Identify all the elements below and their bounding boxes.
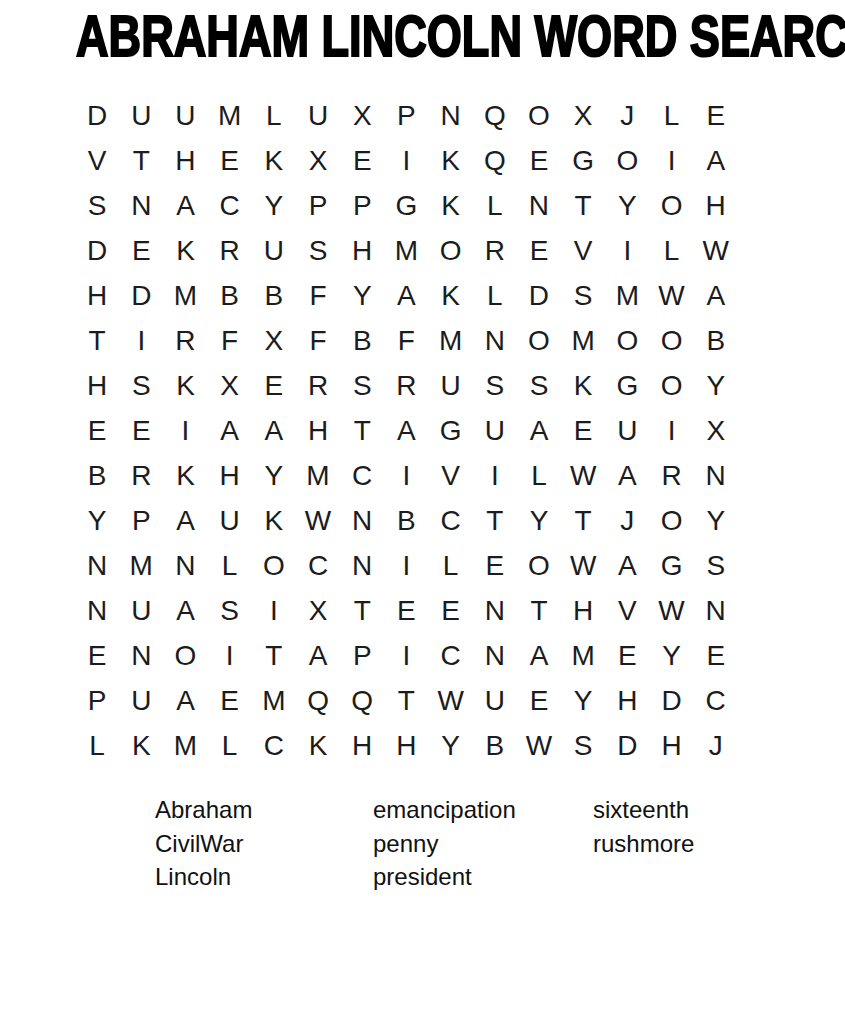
grid-cell[interactable]: S xyxy=(694,543,738,588)
grid-cell[interactable]: M xyxy=(384,228,428,273)
grid-cell[interactable]: F xyxy=(384,318,428,363)
grid-cell[interactable]: K xyxy=(296,723,340,768)
grid-cell[interactable]: L xyxy=(252,93,296,138)
grid-cell[interactable]: C xyxy=(694,678,738,723)
grid-cell[interactable]: R xyxy=(208,228,252,273)
grid-cell[interactable]: B xyxy=(694,318,738,363)
grid-cell[interactable]: F xyxy=(296,273,340,318)
word-search-grid: DUUMLUXPNQOXJLEVTHEKXEIKQEGOIASNACYPPGKL… xyxy=(75,93,738,768)
grid-cell[interactable]: I xyxy=(208,633,252,678)
grid-cell[interactable]: S xyxy=(119,363,163,408)
word-list-item: CivilWar xyxy=(155,827,373,861)
grid-cell[interactable]: T xyxy=(252,633,296,678)
grid-cell[interactable]: I xyxy=(163,408,207,453)
grid-cell[interactable]: E xyxy=(119,228,163,273)
grid-cell[interactable]: Q xyxy=(296,678,340,723)
grid-cell[interactable]: E xyxy=(119,408,163,453)
grid-cell[interactable]: U xyxy=(296,93,340,138)
grid-cell[interactable]: R xyxy=(384,363,428,408)
grid-cell[interactable]: G xyxy=(384,183,428,228)
grid-cell[interactable]: U xyxy=(473,678,517,723)
word-list-item: rushmore xyxy=(593,827,694,861)
grid-cell[interactable]: D xyxy=(605,723,649,768)
grid-cell[interactable]: M xyxy=(561,318,605,363)
grid-cell[interactable]: W xyxy=(561,453,605,498)
grid-cell[interactable]: W xyxy=(296,498,340,543)
word-list-column: emancipationpennypresident xyxy=(373,793,593,894)
grid-cell[interactable]: E xyxy=(517,678,561,723)
grid-cell[interactable]: B xyxy=(75,453,119,498)
grid-cell[interactable]: E xyxy=(605,633,649,678)
grid-cell[interactable]: K xyxy=(561,363,605,408)
grid-cell[interactable]: E xyxy=(384,588,428,633)
grid-cell[interactable]: U xyxy=(208,498,252,543)
word-list-item: sixteenth xyxy=(593,793,694,827)
grid-cell[interactable]: E xyxy=(517,138,561,183)
grid-cell[interactable]: R xyxy=(163,318,207,363)
grid-cell[interactable]: I xyxy=(605,228,649,273)
grid-cell[interactable]: P xyxy=(340,183,384,228)
grid-cell[interactable]: P xyxy=(296,183,340,228)
grid-cell[interactable]: J xyxy=(694,723,738,768)
grid-cell[interactable]: P xyxy=(384,93,428,138)
grid-cell[interactable]: I xyxy=(649,138,693,183)
grid-cell[interactable]: L xyxy=(473,183,517,228)
grid-cell[interactable]: N xyxy=(429,93,473,138)
grid-cell[interactable]: A xyxy=(517,633,561,678)
grid-cell[interactable]: N xyxy=(119,183,163,228)
grid-cell[interactable]: N xyxy=(75,588,119,633)
grid-cell[interactable]: H xyxy=(208,453,252,498)
grid-cell[interactable]: S xyxy=(75,183,119,228)
grid-cell[interactable]: V xyxy=(75,138,119,183)
grid-cell[interactable]: X xyxy=(340,93,384,138)
grid-cell[interactable]: R xyxy=(119,453,163,498)
grid-cell[interactable]: Y xyxy=(252,453,296,498)
grid-cell[interactable]: K xyxy=(252,138,296,183)
grid-cell[interactable]: P xyxy=(340,633,384,678)
grid-cell[interactable]: S xyxy=(561,723,605,768)
word-list: AbrahamCivilWarLincolnemancipationpennyp… xyxy=(155,793,694,894)
grid-cell[interactable]: H xyxy=(340,228,384,273)
grid-cell[interactable]: N xyxy=(473,633,517,678)
grid-cell[interactable]: D xyxy=(649,678,693,723)
grid-cell[interactable]: N xyxy=(340,498,384,543)
grid-cell[interactable]: Y xyxy=(605,183,649,228)
grid-cell[interactable]: X xyxy=(296,588,340,633)
grid-cell[interactable]: L xyxy=(208,543,252,588)
grid-cell[interactable]: I xyxy=(384,138,428,183)
grid-cell[interactable]: G xyxy=(649,543,693,588)
grid-cell[interactable]: W xyxy=(561,543,605,588)
grid-cell[interactable]: H xyxy=(163,138,207,183)
grid-cell[interactable]: N xyxy=(473,588,517,633)
grid-cell[interactable]: X xyxy=(296,138,340,183)
grid-cell[interactable]: Y xyxy=(252,183,296,228)
grid-cell[interactable]: U xyxy=(163,93,207,138)
grid-cell[interactable]: O xyxy=(517,318,561,363)
grid-cell[interactable]: U xyxy=(119,588,163,633)
grid-cell[interactable]: H xyxy=(649,723,693,768)
grid-cell[interactable]: Y xyxy=(561,678,605,723)
grid-cell[interactable]: P xyxy=(75,678,119,723)
page-title: ABRAHAM LINCOLN WORD SEARCH xyxy=(76,5,769,68)
grid-cell[interactable]: I xyxy=(252,588,296,633)
grid-cell[interactable]: U xyxy=(429,363,473,408)
grid-cell[interactable]: B xyxy=(473,723,517,768)
grid-cell[interactable]: B xyxy=(252,273,296,318)
grid-cell[interactable]: Q xyxy=(473,93,517,138)
grid-cell[interactable]: L xyxy=(208,723,252,768)
grid-cell[interactable]: K xyxy=(163,363,207,408)
grid-cell[interactable]: C xyxy=(429,498,473,543)
grid-cell[interactable]: E xyxy=(75,408,119,453)
grid-cell[interactable]: C xyxy=(296,543,340,588)
grid-cell[interactable]: S xyxy=(208,588,252,633)
grid-cell[interactable]: Y xyxy=(694,363,738,408)
grid-cell[interactable]: D xyxy=(517,273,561,318)
grid-cell[interactable]: Y xyxy=(694,498,738,543)
grid-cell[interactable]: K xyxy=(119,723,163,768)
grid-cell[interactable]: T xyxy=(119,138,163,183)
grid-cell[interactable]: V xyxy=(561,228,605,273)
grid-cell[interactable]: O xyxy=(252,543,296,588)
grid-cell[interactable]: D xyxy=(119,273,163,318)
grid-cell[interactable]: S xyxy=(561,273,605,318)
grid-cell[interactable]: N xyxy=(163,543,207,588)
grid-cell[interactable]: A xyxy=(694,138,738,183)
word-list-item: penny xyxy=(373,827,593,861)
grid-cell[interactable]: L xyxy=(429,543,473,588)
grid-cell[interactable]: A xyxy=(517,408,561,453)
grid-cell[interactable]: U xyxy=(605,408,649,453)
grid-cell[interactable]: E xyxy=(561,408,605,453)
word-list-column: AbrahamCivilWarLincoln xyxy=(155,793,373,894)
grid-cell[interactable]: K xyxy=(163,453,207,498)
grid-cell[interactable]: X xyxy=(208,363,252,408)
grid-cell[interactable]: T xyxy=(561,183,605,228)
grid-cell[interactable]: N xyxy=(119,633,163,678)
grid-cell[interactable]: W xyxy=(429,678,473,723)
grid-cell[interactable]: T xyxy=(340,588,384,633)
grid-cell[interactable]: D xyxy=(75,228,119,273)
grid-cell[interactable]: V xyxy=(429,453,473,498)
grid-cell[interactable]: J xyxy=(605,498,649,543)
grid-cell[interactable]: G xyxy=(605,363,649,408)
grid-cell[interactable]: W xyxy=(649,588,693,633)
grid-cell[interactable]: R xyxy=(649,453,693,498)
word-list-item: emancipation xyxy=(373,793,593,827)
grid-cell[interactable]: R xyxy=(473,228,517,273)
grid-cell[interactable]: K xyxy=(429,183,473,228)
word-list-item: Lincoln xyxy=(155,860,373,894)
grid-cell[interactable]: A xyxy=(384,408,428,453)
grid-cell[interactable]: C xyxy=(429,633,473,678)
grid-cell[interactable]: A xyxy=(296,633,340,678)
grid-cell[interactable]: I xyxy=(384,633,428,678)
grid-cell[interactable]: E xyxy=(75,633,119,678)
grid-cell[interactable]: D xyxy=(75,93,119,138)
grid-cell[interactable]: U xyxy=(252,228,296,273)
grid-cell[interactable]: J xyxy=(605,93,649,138)
grid-cell[interactable]: V xyxy=(605,588,649,633)
grid-cell[interactable]: I xyxy=(649,408,693,453)
grid-cell[interactable]: S xyxy=(296,228,340,273)
grid-cell[interactable]: N xyxy=(694,588,738,633)
grid-cell[interactable]: L xyxy=(649,93,693,138)
grid-cell[interactable]: E xyxy=(208,138,252,183)
grid-cell[interactable]: E xyxy=(694,633,738,678)
grid-cell[interactable]: A xyxy=(208,408,252,453)
grid-cell[interactable]: K xyxy=(429,273,473,318)
grid-cell[interactable]: E xyxy=(340,138,384,183)
grid-cell[interactable]: H xyxy=(605,678,649,723)
grid-cell[interactable]: B xyxy=(340,318,384,363)
grid-cell[interactable]: T xyxy=(340,408,384,453)
grid-cell[interactable]: K xyxy=(429,138,473,183)
grid-cell[interactable]: Q xyxy=(340,678,384,723)
grid-cell[interactable]: K xyxy=(163,228,207,273)
grid-cell[interactable]: H xyxy=(75,363,119,408)
grid-cell[interactable]: F xyxy=(208,318,252,363)
grid-cell[interactable]: M xyxy=(252,678,296,723)
grid-cell[interactable]: R xyxy=(296,363,340,408)
grid-cell[interactable]: A xyxy=(252,408,296,453)
grid-cell[interactable]: A xyxy=(605,453,649,498)
grid-cell[interactable]: A xyxy=(163,183,207,228)
grid-cell[interactable]: G xyxy=(561,138,605,183)
grid-cell[interactable]: U xyxy=(119,678,163,723)
grid-cell[interactable]: X xyxy=(561,93,605,138)
word-list-item: president xyxy=(373,860,593,894)
grid-cell[interactable]: X xyxy=(252,318,296,363)
grid-cell[interactable]: F xyxy=(296,318,340,363)
grid-cell[interactable]: Y xyxy=(340,273,384,318)
grid-cell[interactable]: T xyxy=(473,498,517,543)
grid-cell[interactable]: N xyxy=(694,453,738,498)
grid-cell[interactable]: S xyxy=(340,363,384,408)
grid-cell[interactable]: O xyxy=(649,498,693,543)
grid-cell[interactable]: M xyxy=(208,93,252,138)
grid-cell[interactable]: C xyxy=(252,723,296,768)
grid-cell[interactable]: L xyxy=(75,723,119,768)
grid-cell[interactable]: A xyxy=(163,588,207,633)
grid-cell[interactable]: I xyxy=(473,453,517,498)
grid-cell[interactable]: M xyxy=(296,453,340,498)
grid-cell[interactable]: E xyxy=(429,588,473,633)
grid-cell[interactable]: E xyxy=(252,363,296,408)
grid-cell[interactable]: T xyxy=(561,498,605,543)
grid-cell[interactable]: T xyxy=(75,318,119,363)
word-list-item: Abraham xyxy=(155,793,373,827)
grid-cell[interactable]: M xyxy=(561,633,605,678)
grid-cell[interactable]: O xyxy=(429,228,473,273)
grid-cell[interactable]: O xyxy=(649,318,693,363)
grid-cell[interactable]: Q xyxy=(473,138,517,183)
grid-cell[interactable]: E xyxy=(473,543,517,588)
word-list-column: sixteenthrushmore xyxy=(593,793,694,894)
grid-cell[interactable]: C xyxy=(340,453,384,498)
grid-cell[interactable]: O xyxy=(649,363,693,408)
grid-cell[interactable]: M xyxy=(429,318,473,363)
grid-cell[interactable]: N xyxy=(473,318,517,363)
grid-cell[interactable]: T xyxy=(517,588,561,633)
grid-cell[interactable]: U xyxy=(473,408,517,453)
grid-cell[interactable]: N xyxy=(340,543,384,588)
grid-cell[interactable]: O xyxy=(163,633,207,678)
grid-cell[interactable]: E xyxy=(694,93,738,138)
grid-cell[interactable]: H xyxy=(340,723,384,768)
grid-cell[interactable]: H xyxy=(75,273,119,318)
grid-cell[interactable]: H xyxy=(694,183,738,228)
grid-cell[interactable]: H xyxy=(296,408,340,453)
grid-cell[interactable]: A xyxy=(384,273,428,318)
grid-cell[interactable]: G xyxy=(429,408,473,453)
grid-cell[interactable]: A xyxy=(163,678,207,723)
grid-cell[interactable]: O xyxy=(605,318,649,363)
grid-cell[interactable]: H xyxy=(561,588,605,633)
grid-cell[interactable]: P xyxy=(119,498,163,543)
grid-cell[interactable]: L xyxy=(517,453,561,498)
grid-cell[interactable]: W xyxy=(694,228,738,273)
grid-cell[interactable]: M xyxy=(605,273,649,318)
grid-cell[interactable]: I xyxy=(384,453,428,498)
grid-cell[interactable]: L xyxy=(649,228,693,273)
grid-cell[interactable]: Y xyxy=(517,498,561,543)
grid-cell[interactable]: E xyxy=(517,228,561,273)
grid-cell[interactable]: A xyxy=(694,273,738,318)
grid-cell[interactable]: U xyxy=(119,93,163,138)
grid-cell[interactable]: H xyxy=(384,723,428,768)
grid-cell[interactable]: S xyxy=(517,363,561,408)
grid-cell[interactable]: N xyxy=(75,543,119,588)
grid-cell[interactable]: T xyxy=(384,678,428,723)
grid-cell[interactable]: O xyxy=(517,93,561,138)
grid-cell[interactable]: O xyxy=(605,138,649,183)
grid-cell[interactable]: M xyxy=(119,543,163,588)
grid-cell[interactable]: C xyxy=(208,183,252,228)
grid-cell[interactable]: Y xyxy=(649,633,693,678)
grid-cell[interactable]: M xyxy=(163,723,207,768)
grid-cell[interactable]: O xyxy=(517,543,561,588)
grid-cell[interactable]: S xyxy=(473,363,517,408)
grid-cell[interactable]: I xyxy=(119,318,163,363)
grid-cell[interactable]: B xyxy=(384,498,428,543)
grid-cell[interactable]: K xyxy=(252,498,296,543)
grid-cell[interactable]: W xyxy=(517,723,561,768)
grid-cell[interactable]: M xyxy=(163,273,207,318)
grid-cell[interactable]: B xyxy=(208,273,252,318)
grid-cell[interactable]: A xyxy=(605,543,649,588)
grid-cell[interactable]: E xyxy=(208,678,252,723)
grid-cell[interactable]: A xyxy=(163,498,207,543)
grid-cell[interactable]: L xyxy=(473,273,517,318)
grid-cell[interactable]: I xyxy=(384,543,428,588)
grid-cell[interactable]: Y xyxy=(75,498,119,543)
grid-cell[interactable]: O xyxy=(649,183,693,228)
grid-cell[interactable]: W xyxy=(649,273,693,318)
grid-cell[interactable]: N xyxy=(517,183,561,228)
grid-cell[interactable]: X xyxy=(694,408,738,453)
grid-cell[interactable]: Y xyxy=(429,723,473,768)
